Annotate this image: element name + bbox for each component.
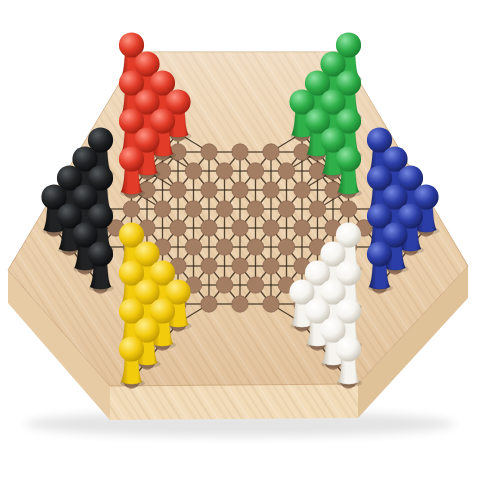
board-hole[interactable] [201, 220, 217, 236]
board-hole[interactable] [278, 239, 294, 255]
board-hole[interactable] [170, 220, 186, 236]
board-hole[interactable] [185, 163, 201, 179]
board-hole[interactable] [309, 201, 325, 217]
board-hole[interactable] [201, 144, 217, 160]
board-hole[interactable] [232, 296, 248, 312]
board-hole[interactable] [263, 296, 279, 312]
board-hole[interactable] [123, 201, 139, 217]
board-hole[interactable] [247, 201, 263, 217]
board-hole[interactable] [247, 277, 263, 293]
peg-head [336, 336, 361, 361]
board-hole[interactable] [294, 220, 310, 236]
board-hole[interactable] [294, 182, 310, 198]
board-hole[interactable] [216, 163, 232, 179]
board-hole[interactable] [232, 258, 248, 274]
board-hole[interactable] [216, 277, 232, 293]
board-hole[interactable] [154, 201, 170, 217]
board-hole[interactable] [263, 220, 279, 236]
board-side-grain [110, 384, 358, 420]
chinese-checkers-scene [0, 0, 477, 480]
board-hole[interactable] [185, 239, 201, 255]
board-hole[interactable] [263, 182, 279, 198]
board-hole[interactable] [201, 258, 217, 274]
board-hole[interactable] [340, 201, 356, 217]
peg-head [367, 241, 392, 266]
board-hole[interactable] [201, 296, 217, 312]
board-hole[interactable] [263, 144, 279, 160]
board-hole[interactable] [232, 182, 248, 198]
chinese-checkers-board [0, 0, 477, 480]
board-hole[interactable] [247, 163, 263, 179]
peg-head [119, 336, 144, 361]
board-hole[interactable] [278, 201, 294, 217]
board-hole[interactable] [201, 182, 217, 198]
peg-head [336, 146, 361, 171]
board-hole[interactable] [232, 220, 248, 236]
board-hole[interactable] [170, 182, 186, 198]
board-hole[interactable] [232, 144, 248, 160]
board-hole[interactable] [216, 239, 232, 255]
board-hole[interactable] [247, 239, 263, 255]
board-hole[interactable] [185, 201, 201, 217]
board-hole[interactable] [263, 258, 279, 274]
peg-head [119, 146, 144, 171]
peg-head [88, 241, 113, 266]
board-hole[interactable] [216, 201, 232, 217]
board-hole[interactable] [278, 163, 294, 179]
